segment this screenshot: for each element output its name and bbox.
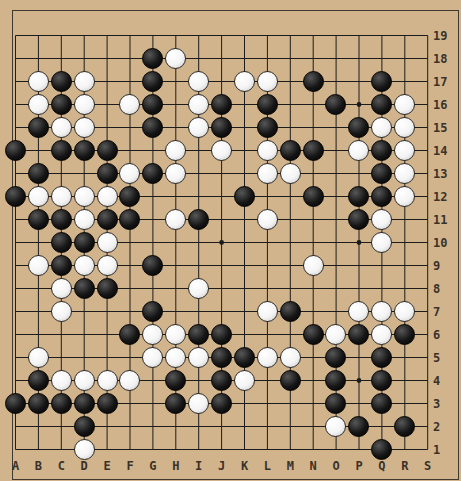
intersection-F3[interactable]	[118, 392, 141, 415]
intersection-P6[interactable]	[347, 323, 370, 346]
intersection-C14[interactable]	[50, 139, 73, 162]
black-stone-C9[interactable]	[51, 255, 72, 276]
intersection-C6[interactable]	[50, 323, 73, 346]
intersection-A18[interactable]	[4, 47, 27, 70]
intersection-J18[interactable]	[210, 47, 233, 70]
black-stone-H4[interactable]	[165, 370, 186, 391]
intersection-D3[interactable]	[73, 392, 96, 415]
white-stone-B9[interactable]	[28, 255, 49, 276]
intersection-E6[interactable]	[96, 323, 119, 346]
white-stone-E12[interactable]	[97, 186, 118, 207]
white-stone-F16[interactable]	[119, 94, 140, 115]
intersection-I8[interactable]	[187, 277, 210, 300]
intersection-L18[interactable]	[256, 47, 279, 70]
intersection-J6[interactable]	[210, 323, 233, 346]
intersection-O1[interactable]	[324, 438, 347, 461]
intersection-L5[interactable]	[256, 346, 279, 369]
intersection-R17[interactable]	[393, 70, 416, 93]
white-stone-B17[interactable]	[28, 71, 49, 92]
intersection-C13[interactable]	[50, 162, 73, 185]
intersection-P8[interactable]	[347, 277, 370, 300]
black-stone-G13[interactable]	[142, 163, 163, 184]
intersection-R8[interactable]	[393, 277, 416, 300]
white-stone-H14[interactable]	[165, 140, 186, 161]
intersection-H18[interactable]	[164, 47, 187, 70]
intersection-M5[interactable]	[279, 346, 302, 369]
intersection-O19[interactable]	[324, 24, 347, 47]
intersection-B8[interactable]	[27, 277, 50, 300]
intersection-J17[interactable]	[210, 70, 233, 93]
intersection-H9[interactable]	[164, 254, 187, 277]
intersection-D16[interactable]	[73, 93, 96, 116]
black-stone-Q12[interactable]	[371, 186, 392, 207]
black-stone-M7[interactable]	[280, 301, 301, 322]
black-stone-J6[interactable]	[211, 324, 232, 345]
black-stone-Q5[interactable]	[371, 347, 392, 368]
intersection-K4[interactable]	[233, 369, 256, 392]
intersection-I9[interactable]	[187, 254, 210, 277]
intersection-B9[interactable]	[27, 254, 50, 277]
intersection-L19[interactable]	[256, 24, 279, 47]
intersection-N2[interactable]	[302, 415, 325, 438]
intersection-D7[interactable]	[73, 300, 96, 323]
black-stone-R6[interactable]	[394, 324, 415, 345]
white-stone-R16[interactable]	[394, 94, 415, 115]
black-stone-D14[interactable]	[74, 140, 95, 161]
black-stone-L15[interactable]	[257, 117, 278, 138]
intersection-A19[interactable]	[4, 24, 27, 47]
black-stone-P15[interactable]	[348, 117, 369, 138]
intersection-E12[interactable]	[96, 185, 119, 208]
black-stone-K5[interactable]	[234, 347, 255, 368]
black-stone-C10[interactable]	[51, 232, 72, 253]
intersection-C11[interactable]	[50, 208, 73, 231]
black-stone-P2[interactable]	[348, 416, 369, 437]
white-stone-B12[interactable]	[28, 186, 49, 207]
white-stone-H18[interactable]	[165, 48, 186, 69]
black-stone-O3[interactable]	[325, 393, 346, 414]
intersection-H2[interactable]	[164, 415, 187, 438]
intersection-A10[interactable]	[4, 231, 27, 254]
intersection-O5[interactable]	[324, 346, 347, 369]
intersection-M15[interactable]	[279, 116, 302, 139]
black-stone-M14[interactable]	[280, 140, 301, 161]
intersection-Q3[interactable]	[370, 392, 393, 415]
intersection-Q14[interactable]	[370, 139, 393, 162]
intersection-J12[interactable]	[210, 185, 233, 208]
black-stone-F12[interactable]	[119, 186, 140, 207]
intersection-A16[interactable]	[4, 93, 27, 116]
intersection-E13[interactable]	[96, 162, 119, 185]
white-stone-J14[interactable]	[211, 140, 232, 161]
black-stone-E13[interactable]	[97, 163, 118, 184]
intersection-R12[interactable]	[393, 185, 416, 208]
intersection-M16[interactable]	[279, 93, 302, 116]
intersection-R11[interactable]	[393, 208, 416, 231]
intersection-N13[interactable]	[302, 162, 325, 185]
black-stone-I6[interactable]	[188, 324, 209, 345]
black-stone-P12[interactable]	[348, 186, 369, 207]
black-stone-D10[interactable]	[74, 232, 95, 253]
intersection-K1[interactable]	[233, 438, 256, 461]
white-stone-P7[interactable]	[348, 301, 369, 322]
intersection-E5[interactable]	[96, 346, 119, 369]
intersection-J16[interactable]	[210, 93, 233, 116]
intersection-G2[interactable]	[141, 415, 164, 438]
black-stone-G7[interactable]	[142, 301, 163, 322]
intersection-P12[interactable]	[347, 185, 370, 208]
intersection-I11[interactable]	[187, 208, 210, 231]
white-stone-H6[interactable]	[165, 324, 186, 345]
intersection-L17[interactable]	[256, 70, 279, 93]
intersection-R15[interactable]	[393, 116, 416, 139]
intersection-L6[interactable]	[256, 323, 279, 346]
intersection-C16[interactable]	[50, 93, 73, 116]
intersection-H7[interactable]	[164, 300, 187, 323]
intersection-P18[interactable]	[347, 47, 370, 70]
black-stone-D2[interactable]	[74, 416, 95, 437]
intersection-M13[interactable]	[279, 162, 302, 185]
white-stone-C7[interactable]	[51, 301, 72, 322]
intersection-I12[interactable]	[187, 185, 210, 208]
white-stone-D15[interactable]	[74, 117, 95, 138]
intersection-Q11[interactable]	[370, 208, 393, 231]
white-stone-L14[interactable]	[257, 140, 278, 161]
intersection-K7[interactable]	[233, 300, 256, 323]
intersection-J13[interactable]	[210, 162, 233, 185]
black-stone-N17[interactable]	[303, 71, 324, 92]
intersection-N12[interactable]	[302, 185, 325, 208]
white-stone-Q15[interactable]	[371, 117, 392, 138]
intersection-E4[interactable]	[96, 369, 119, 392]
intersection-H15[interactable]	[164, 116, 187, 139]
intersection-B16[interactable]	[27, 93, 50, 116]
intersection-Q19[interactable]	[370, 24, 393, 47]
intersection-R7[interactable]	[393, 300, 416, 323]
black-stone-R2[interactable]	[394, 416, 415, 437]
white-stone-Q6[interactable]	[371, 324, 392, 345]
black-stone-G18[interactable]	[142, 48, 163, 69]
intersection-N15[interactable]	[302, 116, 325, 139]
intersection-B15[interactable]	[27, 116, 50, 139]
white-stone-R13[interactable]	[394, 163, 415, 184]
intersection-M18[interactable]	[279, 47, 302, 70]
intersection-B12[interactable]	[27, 185, 50, 208]
intersection-B5[interactable]	[27, 346, 50, 369]
black-stone-C11[interactable]	[51, 209, 72, 230]
black-stone-O4[interactable]	[325, 370, 346, 391]
white-stone-L7[interactable]	[257, 301, 278, 322]
intersection-P17[interactable]	[347, 70, 370, 93]
intersection-O4[interactable]	[324, 369, 347, 392]
black-stone-D8[interactable]	[74, 278, 95, 299]
intersection-K2[interactable]	[233, 415, 256, 438]
intersection-N9[interactable]	[302, 254, 325, 277]
intersection-G16[interactable]	[141, 93, 164, 116]
intersection-M19[interactable]	[279, 24, 302, 47]
intersection-G3[interactable]	[141, 392, 164, 415]
white-stone-E9[interactable]	[97, 255, 118, 276]
intersection-E15[interactable]	[96, 116, 119, 139]
white-stone-H5[interactable]	[165, 347, 186, 368]
intersection-L15[interactable]	[256, 116, 279, 139]
intersection-I2[interactable]	[187, 415, 210, 438]
intersection-F16[interactable]	[118, 93, 141, 116]
intersection-A17[interactable]	[4, 70, 27, 93]
black-stone-K12[interactable]	[234, 186, 255, 207]
intersection-M10[interactable]	[279, 231, 302, 254]
intersection-B2[interactable]	[27, 415, 50, 438]
intersection-K5[interactable]	[233, 346, 256, 369]
intersection-J1[interactable]	[210, 438, 233, 461]
intersection-L4[interactable]	[256, 369, 279, 392]
intersection-A14[interactable]	[4, 139, 27, 162]
white-stone-I8[interactable]	[188, 278, 209, 299]
intersection-L12[interactable]	[256, 185, 279, 208]
intersection-P2[interactable]	[347, 415, 370, 438]
intersection-L3[interactable]	[256, 392, 279, 415]
white-stone-O6[interactable]	[325, 324, 346, 345]
white-stone-G6[interactable]	[142, 324, 163, 345]
black-stone-O5[interactable]	[325, 347, 346, 368]
intersection-M1[interactable]	[279, 438, 302, 461]
intersection-A9[interactable]	[4, 254, 27, 277]
intersection-H5[interactable]	[164, 346, 187, 369]
intersection-M7[interactable]	[279, 300, 302, 323]
black-stone-Q4[interactable]	[371, 370, 392, 391]
intersection-B17[interactable]	[27, 70, 50, 93]
white-stone-D17[interactable]	[74, 71, 95, 92]
black-stone-G15[interactable]	[142, 117, 163, 138]
intersection-R19[interactable]	[393, 24, 416, 47]
intersection-Q12[interactable]	[370, 185, 393, 208]
intersection-N14[interactable]	[302, 139, 325, 162]
intersection-G19[interactable]	[141, 24, 164, 47]
intersection-H1[interactable]	[164, 438, 187, 461]
intersection-C18[interactable]	[50, 47, 73, 70]
intersection-C8[interactable]	[50, 277, 73, 300]
intersection-M17[interactable]	[279, 70, 302, 93]
intersection-C10[interactable]	[50, 231, 73, 254]
intersection-F15[interactable]	[118, 116, 141, 139]
intersection-D9[interactable]	[73, 254, 96, 277]
white-stone-D11[interactable]	[74, 209, 95, 230]
white-stone-K4[interactable]	[234, 370, 255, 391]
black-stone-A12[interactable]	[5, 186, 26, 207]
intersection-M14[interactable]	[279, 139, 302, 162]
intersection-Q18[interactable]	[370, 47, 393, 70]
intersection-D6[interactable]	[73, 323, 96, 346]
intersection-H16[interactable]	[164, 93, 187, 116]
intersection-R2[interactable]	[393, 415, 416, 438]
intersection-I16[interactable]	[187, 93, 210, 116]
intersection-I10[interactable]	[187, 231, 210, 254]
white-stone-B16[interactable]	[28, 94, 49, 115]
intersection-A12[interactable]	[4, 185, 27, 208]
intersection-K9[interactable]	[233, 254, 256, 277]
intersection-J14[interactable]	[210, 139, 233, 162]
black-stone-B13[interactable]	[28, 163, 49, 184]
intersection-K17[interactable]	[233, 70, 256, 93]
white-stone-O2[interactable]	[325, 416, 346, 437]
intersection-R4[interactable]	[393, 369, 416, 392]
white-stone-R12[interactable]	[394, 186, 415, 207]
intersection-N1[interactable]	[302, 438, 325, 461]
black-stone-C14[interactable]	[51, 140, 72, 161]
black-stone-Q3[interactable]	[371, 393, 392, 414]
intersection-E8[interactable]	[96, 277, 119, 300]
intersection-P4[interactable]	[347, 369, 370, 392]
intersection-R1[interactable]	[393, 438, 416, 461]
intersection-F9[interactable]	[118, 254, 141, 277]
intersection-C7[interactable]	[50, 300, 73, 323]
intersection-K3[interactable]	[233, 392, 256, 415]
intersection-Q6[interactable]	[370, 323, 393, 346]
black-stone-E14[interactable]	[97, 140, 118, 161]
intersection-K13[interactable]	[233, 162, 256, 185]
black-stone-L16[interactable]	[257, 94, 278, 115]
intersection-L14[interactable]	[256, 139, 279, 162]
intersection-P13[interactable]	[347, 162, 370, 185]
intersection-N8[interactable]	[302, 277, 325, 300]
intersection-M6[interactable]	[279, 323, 302, 346]
intersection-I17[interactable]	[187, 70, 210, 93]
white-stone-C4[interactable]	[51, 370, 72, 391]
intersection-H13[interactable]	[164, 162, 187, 185]
intersection-N4[interactable]	[302, 369, 325, 392]
intersection-I3[interactable]	[187, 392, 210, 415]
intersection-C2[interactable]	[50, 415, 73, 438]
white-stone-D4[interactable]	[74, 370, 95, 391]
black-stone-Q1[interactable]	[371, 439, 392, 460]
intersection-P19[interactable]	[347, 24, 370, 47]
intersection-E10[interactable]	[96, 231, 119, 254]
black-stone-G16[interactable]	[142, 94, 163, 115]
black-stone-I11[interactable]	[188, 209, 209, 230]
intersection-D18[interactable]	[73, 47, 96, 70]
intersection-R6[interactable]	[393, 323, 416, 346]
intersection-P14[interactable]	[347, 139, 370, 162]
intersection-G7[interactable]	[141, 300, 164, 323]
intersection-M11[interactable]	[279, 208, 302, 231]
intersection-F18[interactable]	[118, 47, 141, 70]
intersection-A3[interactable]	[4, 392, 27, 415]
intersection-C1[interactable]	[50, 438, 73, 461]
intersection-I4[interactable]	[187, 369, 210, 392]
intersection-L13[interactable]	[256, 162, 279, 185]
intersection-A13[interactable]	[4, 162, 27, 185]
intersection-B10[interactable]	[27, 231, 50, 254]
intersection-O9[interactable]	[324, 254, 347, 277]
intersection-A5[interactable]	[4, 346, 27, 369]
white-stone-R14[interactable]	[394, 140, 415, 161]
intersection-R3[interactable]	[393, 392, 416, 415]
intersection-M4[interactable]	[279, 369, 302, 392]
black-stone-Q16[interactable]	[371, 94, 392, 115]
intersection-H8[interactable]	[164, 277, 187, 300]
intersection-H19[interactable]	[164, 24, 187, 47]
white-stone-G5[interactable]	[142, 347, 163, 368]
intersection-M2[interactable]	[279, 415, 302, 438]
intersection-J11[interactable]	[210, 208, 233, 231]
intersection-F8[interactable]	[118, 277, 141, 300]
intersection-R13[interactable]	[393, 162, 416, 185]
intersection-L10[interactable]	[256, 231, 279, 254]
white-stone-R15[interactable]	[394, 117, 415, 138]
black-stone-G9[interactable]	[142, 255, 163, 276]
intersection-J10[interactable]	[210, 231, 233, 254]
black-stone-F6[interactable]	[119, 324, 140, 345]
intersection-G4[interactable]	[141, 369, 164, 392]
intersection-N6[interactable]	[302, 323, 325, 346]
intersection-K8[interactable]	[233, 277, 256, 300]
intersection-F6[interactable]	[118, 323, 141, 346]
white-stone-H11[interactable]	[165, 209, 186, 230]
black-stone-H3[interactable]	[165, 393, 186, 414]
intersection-K12[interactable]	[233, 185, 256, 208]
black-stone-J15[interactable]	[211, 117, 232, 138]
intersection-N7[interactable]	[302, 300, 325, 323]
intersection-B19[interactable]	[27, 24, 50, 47]
intersection-F1[interactable]	[118, 438, 141, 461]
black-stone-C17[interactable]	[51, 71, 72, 92]
white-stone-B5[interactable]	[28, 347, 49, 368]
intersection-J5[interactable]	[210, 346, 233, 369]
intersection-M12[interactable]	[279, 185, 302, 208]
intersection-G14[interactable]	[141, 139, 164, 162]
intersection-E16[interactable]	[96, 93, 119, 116]
intersection-K16[interactable]	[233, 93, 256, 116]
intersection-P10[interactable]	[347, 231, 370, 254]
intersection-Q7[interactable]	[370, 300, 393, 323]
intersection-H3[interactable]	[164, 392, 187, 415]
white-stone-M5[interactable]	[280, 347, 301, 368]
intersection-A1[interactable]	[4, 438, 27, 461]
intersection-K14[interactable]	[233, 139, 256, 162]
black-stone-Q14[interactable]	[371, 140, 392, 161]
intersection-B13[interactable]	[27, 162, 50, 185]
intersection-G1[interactable]	[141, 438, 164, 461]
intersection-O7[interactable]	[324, 300, 347, 323]
intersection-L2[interactable]	[256, 415, 279, 438]
white-stone-L5[interactable]	[257, 347, 278, 368]
white-stone-E4[interactable]	[97, 370, 118, 391]
intersection-O12[interactable]	[324, 185, 347, 208]
black-stone-J3[interactable]	[211, 393, 232, 414]
intersection-L1[interactable]	[256, 438, 279, 461]
black-stone-N14[interactable]	[303, 140, 324, 161]
intersection-O16[interactable]	[324, 93, 347, 116]
intersection-N10[interactable]	[302, 231, 325, 254]
intersection-D8[interactable]	[73, 277, 96, 300]
intersection-C12[interactable]	[50, 185, 73, 208]
intersection-M9[interactable]	[279, 254, 302, 277]
white-stone-I15[interactable]	[188, 117, 209, 138]
white-stone-L17[interactable]	[257, 71, 278, 92]
intersection-D14[interactable]	[73, 139, 96, 162]
intersection-D2[interactable]	[73, 415, 96, 438]
intersection-E2[interactable]	[96, 415, 119, 438]
white-stone-H13[interactable]	[165, 163, 186, 184]
intersection-Q2[interactable]	[370, 415, 393, 438]
intersection-L7[interactable]	[256, 300, 279, 323]
intersection-H11[interactable]	[164, 208, 187, 231]
intersection-R16[interactable]	[393, 93, 416, 116]
white-stone-C8[interactable]	[51, 278, 72, 299]
white-stone-D16[interactable]	[74, 94, 95, 115]
intersection-N3[interactable]	[302, 392, 325, 415]
intersection-G17[interactable]	[141, 70, 164, 93]
